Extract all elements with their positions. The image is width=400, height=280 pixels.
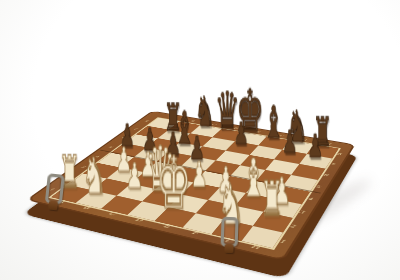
piece-white-rook[interactable]: ♜ <box>248 176 294 225</box>
metal-clasp-front[interactable] <box>220 217 238 254</box>
clasp-loop-icon <box>45 173 65 205</box>
piece-black-pawn[interactable]: ♟ <box>222 119 259 150</box>
piece-white-knight[interactable]: ♞ <box>72 151 115 202</box>
chess-set-photo: ♞♛♚♝♞♜♜♟♟♟♝♟♟♟♟♟♟♟♟♝♟♟♛♜♜♞♚♞ ABCDEFGH AB… <box>0 0 400 280</box>
clasp-pin-icon <box>48 200 58 210</box>
square-h7[interactable]: ♟ <box>299 154 332 169</box>
piece-black-pawn[interactable]: ♟ <box>295 131 334 163</box>
clasp-pin-icon <box>224 244 233 253</box>
clasp-loop-icon <box>221 217 239 248</box>
piece-white-king[interactable]: ♚ <box>150 148 195 220</box>
chess-board-3d: ♞♛♚♝♞♜♜♟♟♟♝♟♟♟♟♟♟♟♟♝♟♟♛♜♜♞♚♞ ABCDEFGH AB… <box>26 111 356 261</box>
piece-anchor: ♟ <box>299 154 332 169</box>
